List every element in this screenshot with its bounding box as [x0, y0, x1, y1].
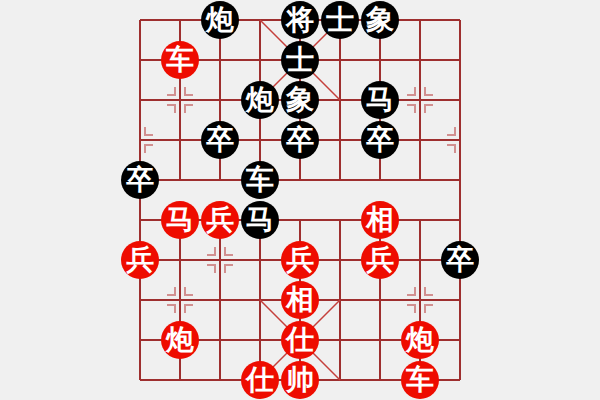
- piece-red-soldier[interactable]: 兵: [201, 201, 239, 239]
- piece-black-general[interactable]: 将: [281, 1, 319, 39]
- piece-red-soldier[interactable]: 兵: [121, 241, 159, 279]
- piece-black-chariot[interactable]: 车: [241, 161, 279, 199]
- piece-red-horse[interactable]: 马: [161, 201, 199, 239]
- piece-red-cannon[interactable]: 炮: [401, 321, 439, 359]
- piece-red-elephant[interactable]: 相: [281, 281, 319, 319]
- piece-red-chariot[interactable]: 车: [401, 361, 439, 399]
- piece-black-horse[interactable]: 马: [361, 81, 399, 119]
- xiangqi-board: 炮将士象车士炮象马卒卒卒卒车马兵马相兵兵兵卒相炮仕炮仕帅车: [0, 0, 600, 400]
- piece-black-cannon[interactable]: 炮: [201, 1, 239, 39]
- piece-black-soldier[interactable]: 卒: [361, 121, 399, 159]
- piece-red-soldier[interactable]: 兵: [281, 241, 319, 279]
- pieces-layer: 炮将士象车士炮象马卒卒卒卒车马兵马相兵兵兵卒相炮仕炮仕帅车: [0, 0, 600, 400]
- piece-red-advisor[interactable]: 仕: [281, 321, 319, 359]
- piece-black-horse[interactable]: 马: [241, 201, 279, 239]
- piece-black-elephant[interactable]: 象: [281, 81, 319, 119]
- piece-black-elephant[interactable]: 象: [361, 1, 399, 39]
- piece-red-elephant[interactable]: 相: [361, 201, 399, 239]
- piece-black-soldier[interactable]: 卒: [441, 241, 479, 279]
- piece-black-cannon[interactable]: 炮: [241, 81, 279, 119]
- piece-black-soldier[interactable]: 卒: [281, 121, 319, 159]
- piece-red-general[interactable]: 帅: [281, 361, 319, 399]
- piece-black-advisor[interactable]: 士: [281, 41, 319, 79]
- piece-black-soldier[interactable]: 卒: [201, 121, 239, 159]
- piece-red-cannon[interactable]: 炮: [161, 321, 199, 359]
- piece-red-advisor[interactable]: 仕: [241, 361, 279, 399]
- piece-black-advisor[interactable]: 士: [321, 1, 359, 39]
- piece-black-soldier[interactable]: 卒: [121, 161, 159, 199]
- piece-red-chariot[interactable]: 车: [161, 41, 199, 79]
- piece-red-soldier[interactable]: 兵: [361, 241, 399, 279]
